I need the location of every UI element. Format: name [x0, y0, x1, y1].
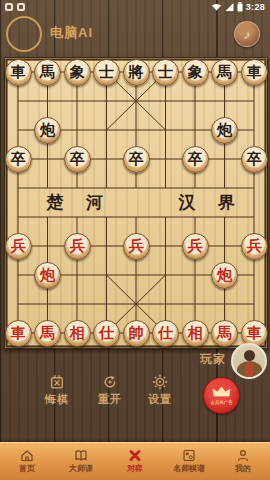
undo-board-icon	[49, 374, 65, 390]
piece-black-chariot[interactable]: 車	[241, 59, 268, 86]
piece-red-soldier[interactable]: 兵	[123, 233, 150, 260]
restart-button[interactable]: 重开	[90, 374, 130, 407]
piece-black-elephant[interactable]: 象	[64, 59, 91, 86]
battery-icon	[237, 2, 243, 12]
status-bar: 3:28	[0, 0, 270, 14]
nav-item-mine[interactable]: 我的	[216, 443, 270, 480]
piece-red-soldier[interactable]: 兵	[64, 233, 91, 260]
person-icon	[236, 449, 250, 462]
piece-black-advisor[interactable]: 士	[93, 59, 120, 86]
app-screen: 3:28 电脑AI ♪	[0, 0, 270, 480]
undo-move-button[interactable]: 悔棋	[37, 374, 77, 407]
xiangqi-board[interactable]: 楚 河 汉 界 車馬象士將士象馬車炮炮卒卒卒卒卒兵兵兵兵兵炮炮車馬相仕帥仕相馬車	[4, 57, 268, 349]
piece-black-advisor[interactable]: 士	[152, 59, 179, 86]
piece-red-cannon[interactable]: 炮	[211, 262, 238, 289]
piece-red-general[interactable]: 帥	[123, 320, 150, 347]
opponent-row: 电脑AI ♪	[0, 14, 270, 56]
piece-red-cannon[interactable]: 炮	[34, 262, 61, 289]
opponent-avatar[interactable]	[6, 16, 42, 52]
piece-black-general[interactable]: 將	[123, 59, 150, 86]
bottom-nav: 首页 大师课 对弈 名师棋谱	[0, 442, 270, 480]
nav-item-master-records[interactable]: 名师棋谱	[162, 443, 216, 480]
nav-item-play[interactable]: 对弈	[108, 443, 162, 480]
vip-ad-badge[interactable]: 会员免广告	[203, 377, 240, 414]
opponent-name: 电脑AI	[50, 24, 93, 42]
piece-red-soldier[interactable]: 兵	[182, 233, 209, 260]
piece-black-elephant[interactable]: 象	[182, 59, 209, 86]
piece-black-soldier[interactable]: 卒	[64, 146, 91, 173]
book-icon	[74, 449, 88, 462]
piece-black-soldier[interactable]: 卒	[5, 146, 32, 173]
piece-red-horse[interactable]: 馬	[211, 320, 238, 347]
ad-badge-text: 会员免广告	[210, 399, 233, 404]
piece-black-chariot[interactable]: 車	[5, 59, 32, 86]
river-label-han: 汉 界	[169, 189, 253, 216]
piece-black-horse[interactable]: 馬	[211, 59, 238, 86]
piece-black-cannon[interactable]: 炮	[211, 117, 238, 144]
settings-button[interactable]: 设置	[140, 374, 180, 407]
piece-black-soldier[interactable]: 卒	[241, 146, 268, 173]
nav-item-home[interactable]: 首页	[0, 443, 54, 480]
wifi-icon	[211, 2, 222, 12]
gear-icon	[152, 374, 168, 390]
piece-red-advisor[interactable]: 仕	[152, 320, 179, 347]
game-record-icon	[182, 449, 196, 462]
crossed-pieces-icon	[128, 449, 142, 462]
player-name: 玩家	[200, 351, 226, 368]
nav-item-master-class[interactable]: 大师课	[54, 443, 108, 480]
player-avatar[interactable]	[231, 343, 267, 379]
piece-red-soldier[interactable]: 兵	[241, 233, 268, 260]
music-note-icon: ♪	[242, 26, 251, 42]
river-label-chu: 楚 河	[37, 189, 121, 216]
home-icon	[20, 449, 34, 462]
piece-red-elephant[interactable]: 相	[182, 320, 209, 347]
piece-black-horse[interactable]: 馬	[34, 59, 61, 86]
piece-black-soldier[interactable]: 卒	[182, 146, 209, 173]
piece-red-advisor[interactable]: 仕	[93, 320, 120, 347]
piece-red-chariot[interactable]: 車	[5, 320, 32, 347]
piece-black-cannon[interactable]: 炮	[34, 117, 61, 144]
clock: 3:28	[246, 2, 265, 12]
music-button[interactable]: ♪	[234, 21, 260, 47]
notification-icon-1	[5, 3, 13, 11]
signal-icon	[225, 2, 234, 12]
crown-icon	[212, 386, 231, 398]
notification-icon-2	[17, 3, 25, 11]
piece-black-soldier[interactable]: 卒	[123, 146, 150, 173]
piece-red-horse[interactable]: 馬	[34, 320, 61, 347]
piece-red-elephant[interactable]: 相	[64, 320, 91, 347]
restart-icon	[102, 374, 118, 390]
piece-red-soldier[interactable]: 兵	[5, 233, 32, 260]
